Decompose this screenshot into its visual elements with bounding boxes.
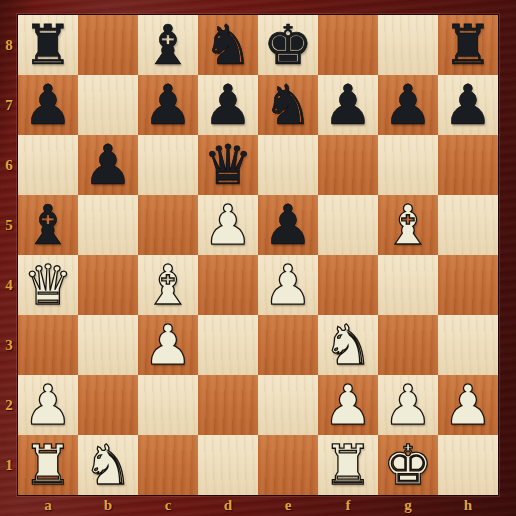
square-h4[interactable]: [438, 255, 498, 315]
square-c8[interactable]: ♝: [138, 15, 198, 75]
piece-white-pawn[interactable]: ♟: [323, 375, 372, 435]
square-b2[interactable]: [78, 375, 138, 435]
square-f6[interactable]: [318, 135, 378, 195]
piece-black-king[interactable]: ♚: [263, 15, 312, 75]
square-g8[interactable]: [378, 15, 438, 75]
piece-black-pawn[interactable]: ♟: [83, 135, 132, 195]
rank-label-6: 6: [0, 135, 18, 195]
square-a1[interactable]: ♜: [18, 435, 78, 495]
square-b4[interactable]: [78, 255, 138, 315]
square-d3[interactable]: [198, 315, 258, 375]
square-e1[interactable]: [258, 435, 318, 495]
piece-white-pawn[interactable]: ♟: [263, 255, 312, 315]
piece-white-pawn[interactable]: ♟: [23, 375, 72, 435]
piece-black-queen[interactable]: ♛: [203, 135, 252, 195]
square-f8[interactable]: [318, 15, 378, 75]
square-g3[interactable]: [378, 315, 438, 375]
square-g1[interactable]: ♚: [378, 435, 438, 495]
square-c2[interactable]: [138, 375, 198, 435]
square-a6[interactable]: [18, 135, 78, 195]
square-b7[interactable]: [78, 75, 138, 135]
piece-white-bishop[interactable]: ♝: [383, 195, 432, 255]
piece-black-knight[interactable]: ♞: [203, 15, 252, 75]
chessboard-frame: 8 7 6 5 4 3 2 1 ♜♝♞♚♜♟♟♟♞♟♟♟♟♛♝♟♟♝♛♝♟♟♞♟…: [0, 0, 516, 516]
square-c7[interactable]: ♟: [138, 75, 198, 135]
rank-label-5: 5: [0, 195, 18, 255]
square-a7[interactable]: ♟: [18, 75, 78, 135]
square-d1[interactable]: [198, 435, 258, 495]
square-c5[interactable]: [138, 195, 198, 255]
piece-black-pawn[interactable]: ♟: [323, 75, 372, 135]
square-h7[interactable]: ♟: [438, 75, 498, 135]
rank-label-4: 4: [0, 255, 18, 315]
rank-labels: 8 7 6 5 4 3 2 1: [0, 15, 18, 495]
square-e2[interactable]: [258, 375, 318, 435]
piece-white-pawn[interactable]: ♟: [143, 315, 192, 375]
piece-black-pawn[interactable]: ♟: [443, 75, 492, 135]
square-a4[interactable]: ♛: [18, 255, 78, 315]
square-f4[interactable]: [318, 255, 378, 315]
square-e7[interactable]: ♞: [258, 75, 318, 135]
rank-label-2: 2: [0, 375, 18, 435]
square-a5[interactable]: ♝: [18, 195, 78, 255]
piece-black-pawn[interactable]: ♟: [263, 195, 312, 255]
piece-black-bishop[interactable]: ♝: [143, 15, 192, 75]
square-f5[interactable]: [318, 195, 378, 255]
square-h3[interactable]: [438, 315, 498, 375]
square-g2[interactable]: ♟: [378, 375, 438, 435]
piece-white-rook[interactable]: ♜: [23, 435, 72, 495]
square-d8[interactable]: ♞: [198, 15, 258, 75]
piece-black-rook[interactable]: ♜: [443, 15, 492, 75]
square-d5[interactable]: ♟: [198, 195, 258, 255]
square-f1[interactable]: ♜: [318, 435, 378, 495]
square-e8[interactable]: ♚: [258, 15, 318, 75]
square-h1[interactable]: [438, 435, 498, 495]
square-f3[interactable]: ♞: [318, 315, 378, 375]
square-a2[interactable]: ♟: [18, 375, 78, 435]
piece-white-bishop[interactable]: ♝: [143, 255, 192, 315]
piece-black-knight[interactable]: ♞: [263, 75, 312, 135]
square-h8[interactable]: ♜: [438, 15, 498, 75]
rank-label-7: 7: [0, 75, 18, 135]
square-h6[interactable]: [438, 135, 498, 195]
piece-white-queen[interactable]: ♛: [23, 255, 72, 315]
square-e5[interactable]: ♟: [258, 195, 318, 255]
square-a8[interactable]: ♜: [18, 15, 78, 75]
square-c6[interactable]: [138, 135, 198, 195]
rank-label-8: 8: [0, 15, 18, 75]
square-c1[interactable]: [138, 435, 198, 495]
piece-black-pawn[interactable]: ♟: [203, 75, 252, 135]
piece-black-bishop[interactable]: ♝: [23, 195, 72, 255]
square-b6[interactable]: ♟: [78, 135, 138, 195]
file-label-a: a: [18, 495, 78, 516]
piece-white-pawn[interactable]: ♟: [443, 375, 492, 435]
square-d7[interactable]: ♟: [198, 75, 258, 135]
piece-white-knight[interactable]: ♞: [323, 315, 372, 375]
file-label-h: h: [438, 495, 498, 516]
square-e3[interactable]: [258, 315, 318, 375]
file-label-g: g: [378, 495, 438, 516]
square-g7[interactable]: ♟: [378, 75, 438, 135]
file-label-d: d: [198, 495, 258, 516]
square-e4[interactable]: ♟: [258, 255, 318, 315]
piece-white-pawn[interactable]: ♟: [383, 375, 432, 435]
square-b5[interactable]: [78, 195, 138, 255]
piece-black-rook[interactable]: ♜: [23, 15, 72, 75]
square-g5[interactable]: ♝: [378, 195, 438, 255]
square-c4[interactable]: ♝: [138, 255, 198, 315]
file-labels: a b c d e f g h: [18, 495, 498, 516]
file-label-f: f: [318, 495, 378, 516]
square-h5[interactable]: [438, 195, 498, 255]
square-b8[interactable]: [78, 15, 138, 75]
rank-label-1: 1: [0, 435, 18, 495]
rank-label-3: 3: [0, 315, 18, 375]
file-label-e: e: [258, 495, 318, 516]
square-b3[interactable]: [78, 315, 138, 375]
file-label-b: b: [78, 495, 138, 516]
piece-white-pawn[interactable]: ♟: [203, 195, 252, 255]
square-a3[interactable]: [18, 315, 78, 375]
square-g4[interactable]: [378, 255, 438, 315]
square-d2[interactable]: [198, 375, 258, 435]
square-h2[interactable]: ♟: [438, 375, 498, 435]
piece-white-king[interactable]: ♚: [383, 435, 432, 495]
chess-board: ♜♝♞♚♜♟♟♟♞♟♟♟♟♛♝♟♟♝♛♝♟♟♞♟♟♟♟♜♞♜♚: [18, 15, 498, 495]
square-e6[interactable]: [258, 135, 318, 195]
piece-white-knight[interactable]: ♞: [83, 435, 132, 495]
piece-black-pawn[interactable]: ♟: [143, 75, 192, 135]
piece-white-rook[interactable]: ♜: [323, 435, 372, 495]
piece-black-pawn[interactable]: ♟: [383, 75, 432, 135]
square-b1[interactable]: ♞: [78, 435, 138, 495]
square-c3[interactable]: ♟: [138, 315, 198, 375]
square-f2[interactable]: ♟: [318, 375, 378, 435]
file-label-c: c: [138, 495, 198, 516]
square-f7[interactable]: ♟: [318, 75, 378, 135]
piece-black-pawn[interactable]: ♟: [23, 75, 72, 135]
square-d6[interactable]: ♛: [198, 135, 258, 195]
square-d4[interactable]: [198, 255, 258, 315]
square-g6[interactable]: [378, 135, 438, 195]
